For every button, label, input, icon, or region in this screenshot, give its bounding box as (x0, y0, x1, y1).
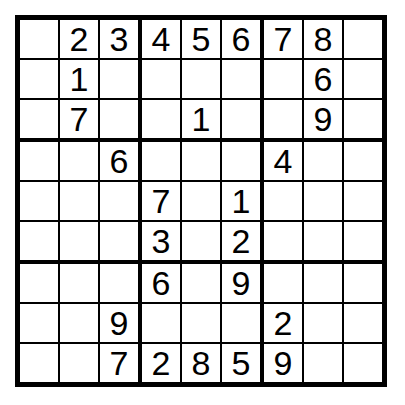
cell-r7c5-empty[interactable] (182, 264, 222, 304)
cell-r2c1-empty[interactable] (20, 60, 60, 100)
cell-r3c4-empty[interactable] (142, 100, 182, 142)
cell-r2c2-given: 1 (60, 60, 100, 100)
cell-r7c3-empty[interactable] (100, 264, 142, 304)
cell-r6c6-given: 2 (222, 222, 264, 264)
cell-r3c3-empty[interactable] (100, 100, 142, 142)
cell-r8c1-empty[interactable] (20, 304, 60, 344)
cell-r7c6-given: 9 (222, 264, 264, 304)
cell-r2c9-empty[interactable] (344, 60, 382, 100)
cell-r4c5-empty[interactable] (182, 142, 222, 182)
cell-r1c4-given: 4 (142, 20, 182, 60)
cell-r4c4-empty[interactable] (142, 142, 182, 182)
cell-r7c4-given: 6 (142, 264, 182, 304)
cell-r2c8-given: 6 (304, 60, 344, 100)
cell-r4c1-empty[interactable] (20, 142, 60, 182)
cell-r5c9-empty[interactable] (344, 182, 382, 222)
cell-r1c8-given: 8 (304, 20, 344, 60)
cell-r5c6-given: 1 (222, 182, 264, 222)
cell-r5c5-empty[interactable] (182, 182, 222, 222)
cell-r8c9-empty[interactable] (344, 304, 382, 344)
cell-r5c4-given: 7 (142, 182, 182, 222)
cell-r3c8-given: 9 (304, 100, 344, 142)
cell-r6c3-empty[interactable] (100, 222, 142, 264)
cell-r3c6-empty[interactable] (222, 100, 264, 142)
cell-r4c6-empty[interactable] (222, 142, 264, 182)
cell-r4c8-empty[interactable] (304, 142, 344, 182)
cell-r7c9-empty[interactable] (344, 264, 382, 304)
cell-r1c6-given: 6 (222, 20, 264, 60)
cell-r8c4-empty[interactable] (142, 304, 182, 344)
cell-r1c9-empty[interactable] (344, 20, 382, 60)
cell-r5c3-empty[interactable] (100, 182, 142, 222)
cell-r8c8-empty[interactable] (304, 304, 344, 344)
cell-r2c5-empty[interactable] (182, 60, 222, 100)
cell-r3c1-empty[interactable] (20, 100, 60, 142)
cell-r9c8-empty[interactable] (304, 344, 344, 382)
cell-r1c7-given: 7 (264, 20, 304, 60)
cell-r5c8-empty[interactable] (304, 182, 344, 222)
cell-r8c6-empty[interactable] (222, 304, 264, 344)
cell-r8c2-empty[interactable] (60, 304, 100, 344)
cell-r9c2-empty[interactable] (60, 344, 100, 382)
cell-r6c5-empty[interactable] (182, 222, 222, 264)
cell-r7c2-empty[interactable] (60, 264, 100, 304)
cell-r4c3-given: 6 (100, 142, 142, 182)
cell-r3c9-empty[interactable] (344, 100, 382, 142)
cell-r2c3-empty[interactable] (100, 60, 142, 100)
cell-r3c7-empty[interactable] (264, 100, 304, 142)
cell-r8c5-empty[interactable] (182, 304, 222, 344)
sudoku-board: 234567816719647132699272859 (15, 15, 387, 387)
cell-r4c2-empty[interactable] (60, 142, 100, 182)
cell-r1c5-given: 5 (182, 20, 222, 60)
cell-r9c5-given: 8 (182, 344, 222, 382)
cell-r9c1-empty[interactable] (20, 344, 60, 382)
cell-r3c5-given: 1 (182, 100, 222, 142)
cell-r5c1-empty[interactable] (20, 182, 60, 222)
cell-r6c2-empty[interactable] (60, 222, 100, 264)
cell-r6c1-empty[interactable] (20, 222, 60, 264)
cell-r2c6-empty[interactable] (222, 60, 264, 100)
cell-r2c7-empty[interactable] (264, 60, 304, 100)
cell-r1c3-given: 3 (100, 20, 142, 60)
cell-r1c1-empty[interactable] (20, 20, 60, 60)
cell-r5c7-empty[interactable] (264, 182, 304, 222)
cell-r7c1-empty[interactable] (20, 264, 60, 304)
cell-r6c9-empty[interactable] (344, 222, 382, 264)
cell-r8c3-given: 9 (100, 304, 142, 344)
cell-r5c2-empty[interactable] (60, 182, 100, 222)
cell-r6c8-empty[interactable] (304, 222, 344, 264)
cell-r8c7-given: 2 (264, 304, 304, 344)
cell-r9c6-given: 5 (222, 344, 264, 382)
cell-r6c4-given: 3 (142, 222, 182, 264)
cell-r4c7-given: 4 (264, 142, 304, 182)
cell-r7c8-empty[interactable] (304, 264, 344, 304)
cell-r7c7-empty[interactable] (264, 264, 304, 304)
cell-r4c9-empty[interactable] (344, 142, 382, 182)
cell-r2c4-empty[interactable] (142, 60, 182, 100)
cell-r9c7-given: 9 (264, 344, 304, 382)
cell-r9c9-empty[interactable] (344, 344, 382, 382)
cell-r1c2-given: 2 (60, 20, 100, 60)
cell-r3c2-given: 7 (60, 100, 100, 142)
cell-r6c7-empty[interactable] (264, 222, 304, 264)
cell-r9c4-given: 2 (142, 344, 182, 382)
cell-r9c3-given: 7 (100, 344, 142, 382)
